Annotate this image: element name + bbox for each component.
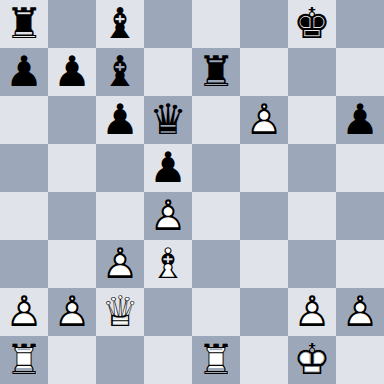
square-c4[interactable] xyxy=(96,192,144,240)
piece-white-bishop[interactable]: ♗ xyxy=(144,240,192,288)
square-d1[interactable] xyxy=(144,336,192,384)
square-a6[interactable] xyxy=(0,96,48,144)
piece-white-pawn-fill: ♟ xyxy=(144,192,192,240)
piece-white-pawn[interactable]: ♙ xyxy=(0,288,48,336)
piece-white-king-fill: ♚ xyxy=(288,336,336,384)
piece-black-queen[interactable]: ♛ xyxy=(144,96,192,144)
square-f8[interactable] xyxy=(240,0,288,48)
square-a8[interactable]: ♜ xyxy=(0,0,48,48)
square-h2[interactable]: ♟♙ xyxy=(336,288,384,336)
piece-white-pawn-fill: ♟ xyxy=(240,96,288,144)
piece-white-pawn[interactable]: ♙ xyxy=(144,192,192,240)
square-g2[interactable]: ♟♙ xyxy=(288,288,336,336)
square-e4[interactable] xyxy=(192,192,240,240)
piece-white-queen[interactable]: ♕ xyxy=(96,288,144,336)
piece-black-pawn[interactable]: ♟ xyxy=(48,48,96,96)
square-b6[interactable] xyxy=(48,96,96,144)
piece-black-pawn[interactable]: ♟ xyxy=(0,48,48,96)
piece-white-bishop-fill: ♝ xyxy=(144,240,192,288)
square-d5[interactable]: ♟ xyxy=(144,144,192,192)
square-h6[interactable]: ♟ xyxy=(336,96,384,144)
piece-white-pawn-fill: ♟ xyxy=(96,240,144,288)
square-b2[interactable]: ♟♙ xyxy=(48,288,96,336)
square-e5[interactable] xyxy=(192,144,240,192)
square-g6[interactable] xyxy=(288,96,336,144)
square-f1[interactable] xyxy=(240,336,288,384)
square-f4[interactable] xyxy=(240,192,288,240)
piece-white-rook[interactable]: ♖ xyxy=(0,336,48,384)
piece-white-rook[interactable]: ♖ xyxy=(192,336,240,384)
square-b5[interactable] xyxy=(48,144,96,192)
piece-white-pawn-fill: ♟ xyxy=(336,288,384,336)
square-b4[interactable] xyxy=(48,192,96,240)
square-g3[interactable] xyxy=(288,240,336,288)
square-a4[interactable] xyxy=(0,192,48,240)
square-g8[interactable]: ♚ xyxy=(288,0,336,48)
square-d7[interactable] xyxy=(144,48,192,96)
square-d6[interactable]: ♛ xyxy=(144,96,192,144)
square-h1[interactable] xyxy=(336,336,384,384)
piece-white-pawn-fill: ♟ xyxy=(0,288,48,336)
square-e1[interactable]: ♜♖ xyxy=(192,336,240,384)
piece-black-rook[interactable]: ♜ xyxy=(192,48,240,96)
square-h3[interactable] xyxy=(336,240,384,288)
piece-white-pawn[interactable]: ♙ xyxy=(240,96,288,144)
square-a3[interactable] xyxy=(0,240,48,288)
square-c5[interactable] xyxy=(96,144,144,192)
piece-white-king[interactable]: ♔ xyxy=(288,336,336,384)
piece-white-pawn[interactable]: ♙ xyxy=(288,288,336,336)
square-e8[interactable] xyxy=(192,0,240,48)
square-b3[interactable] xyxy=(48,240,96,288)
square-c7[interactable]: ♝ xyxy=(96,48,144,96)
piece-black-bishop[interactable]: ♝ xyxy=(96,0,144,48)
piece-white-pawn-fill: ♟ xyxy=(288,288,336,336)
square-f6[interactable]: ♟♙ xyxy=(240,96,288,144)
square-c6[interactable]: ♟ xyxy=(96,96,144,144)
chess-board: ♜♝♚♟♟♝♜♟♛♟♙♟♟♟♙♟♙♝♗♟♙♟♙♛♕♟♙♟♙♜♖♜♖♚♔ xyxy=(0,0,384,384)
square-f2[interactable] xyxy=(240,288,288,336)
square-e2[interactable] xyxy=(192,288,240,336)
piece-black-rook[interactable]: ♜ xyxy=(0,0,48,48)
piece-white-pawn[interactable]: ♙ xyxy=(96,240,144,288)
square-d8[interactable] xyxy=(144,0,192,48)
piece-black-king[interactable]: ♚ xyxy=(288,0,336,48)
square-c1[interactable] xyxy=(96,336,144,384)
piece-white-pawn[interactable]: ♙ xyxy=(336,288,384,336)
piece-white-queen-fill: ♛ xyxy=(96,288,144,336)
square-b8[interactable] xyxy=(48,0,96,48)
square-a7[interactable]: ♟ xyxy=(0,48,48,96)
square-h5[interactable] xyxy=(336,144,384,192)
square-g5[interactable] xyxy=(288,144,336,192)
square-a2[interactable]: ♟♙ xyxy=(0,288,48,336)
square-c3[interactable]: ♟♙ xyxy=(96,240,144,288)
piece-white-pawn-fill: ♟ xyxy=(48,288,96,336)
piece-white-rook-fill: ♜ xyxy=(192,336,240,384)
square-c8[interactable]: ♝ xyxy=(96,0,144,48)
square-h4[interactable] xyxy=(336,192,384,240)
piece-black-pawn[interactable]: ♟ xyxy=(336,96,384,144)
square-g4[interactable] xyxy=(288,192,336,240)
square-f5[interactable] xyxy=(240,144,288,192)
square-f3[interactable] xyxy=(240,240,288,288)
square-e6[interactable] xyxy=(192,96,240,144)
square-e7[interactable]: ♜ xyxy=(192,48,240,96)
square-a1[interactable]: ♜♖ xyxy=(0,336,48,384)
square-g1[interactable]: ♚♔ xyxy=(288,336,336,384)
square-f7[interactable] xyxy=(240,48,288,96)
square-c2[interactable]: ♛♕ xyxy=(96,288,144,336)
square-h7[interactable] xyxy=(336,48,384,96)
square-d3[interactable]: ♝♗ xyxy=(144,240,192,288)
piece-black-bishop[interactable]: ♝ xyxy=(96,48,144,96)
square-h8[interactable] xyxy=(336,0,384,48)
square-b1[interactable] xyxy=(48,336,96,384)
square-a5[interactable] xyxy=(0,144,48,192)
piece-white-pawn[interactable]: ♙ xyxy=(48,288,96,336)
square-g7[interactable] xyxy=(288,48,336,96)
piece-black-pawn[interactable]: ♟ xyxy=(96,96,144,144)
square-b7[interactable]: ♟ xyxy=(48,48,96,96)
piece-white-rook-fill: ♜ xyxy=(0,336,48,384)
square-d4[interactable]: ♟♙ xyxy=(144,192,192,240)
square-e3[interactable] xyxy=(192,240,240,288)
square-d2[interactable] xyxy=(144,288,192,336)
piece-black-pawn[interactable]: ♟ xyxy=(144,144,192,192)
